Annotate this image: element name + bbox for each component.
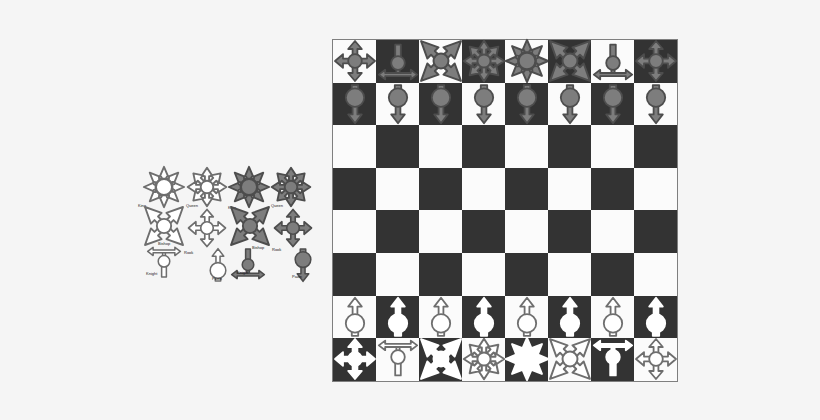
black-bishop: [229, 205, 271, 247]
black-pawn[interactable]: [636, 84, 676, 124]
square-g5[interactable]: [591, 168, 634, 211]
square-d2[interactable]: [462, 296, 505, 339]
square-a4[interactable]: [333, 210, 376, 253]
black-bishop[interactable]: [419, 39, 463, 83]
legend-label-black-knight: Knight: [237, 271, 248, 275]
square-e2[interactable]: [505, 296, 548, 339]
square-f1[interactable]: [548, 338, 591, 381]
square-a8[interactable]: [333, 40, 376, 83]
legend-label-white-queen: Queen: [186, 204, 198, 208]
white-pawn[interactable]: [464, 297, 504, 337]
square-b7[interactable]: [376, 83, 419, 126]
legend-piece-white-king: [143, 166, 185, 208]
square-g2[interactable]: [591, 296, 634, 339]
square-h1[interactable]: [634, 338, 677, 381]
black-queen: [270, 166, 312, 208]
black-rook[interactable]: [335, 41, 375, 81]
square-b1[interactable]: [376, 338, 419, 381]
square-e6[interactable]: [505, 125, 548, 168]
white-pawn[interactable]: [335, 297, 375, 337]
page-background: { "game": "chess", "description": "Chess…: [0, 0, 820, 420]
square-f2[interactable]: [548, 296, 591, 339]
piece-legend: KingQueenKingQueenBishopRookBishopRookKn…: [136, 163, 321, 291]
square-c4[interactable]: [419, 210, 462, 253]
square-c1[interactable]: [419, 338, 462, 381]
square-g8[interactable]: [591, 40, 634, 83]
square-e4[interactable]: [505, 210, 548, 253]
black-bishop[interactable]: [548, 39, 592, 83]
square-e1[interactable]: [505, 338, 548, 381]
square-d7[interactable]: [462, 83, 505, 126]
white-bishop[interactable]: [548, 337, 592, 381]
square-h7[interactable]: [634, 83, 677, 126]
white-pawn[interactable]: [378, 297, 418, 337]
legend-piece-black-queen: [270, 166, 312, 208]
white-pawn[interactable]: [421, 297, 461, 337]
white-pawn[interactable]: [507, 297, 547, 337]
black-pawn[interactable]: [550, 84, 590, 124]
square-g1[interactable]: [591, 338, 634, 381]
square-c5[interactable]: [419, 168, 462, 211]
white-pawn[interactable]: [550, 297, 590, 337]
white-king[interactable]: [505, 337, 549, 381]
square-a3[interactable]: [333, 253, 376, 296]
legend-label-black-queen: Queen: [271, 204, 283, 208]
black-rook[interactable]: [636, 41, 676, 81]
square-b2[interactable]: [376, 296, 419, 339]
black-rook: [275, 210, 312, 247]
square-h3[interactable]: [634, 253, 677, 296]
black-pawn[interactable]: [378, 84, 418, 124]
square-f3[interactable]: [548, 253, 591, 296]
legend-piece-black-king: [228, 166, 270, 208]
square-h2[interactable]: [634, 296, 677, 339]
square-c6[interactable]: [419, 125, 462, 168]
square-a5[interactable]: [333, 168, 376, 211]
black-knight[interactable]: [378, 41, 418, 81]
black-pawn[interactable]: [593, 84, 633, 124]
square-a2[interactable]: [333, 296, 376, 339]
square-f8[interactable]: [548, 40, 591, 83]
black-pawn[interactable]: [335, 84, 375, 124]
white-pawn[interactable]: [636, 297, 676, 337]
legend-piece-black-rook: [275, 210, 312, 247]
square-e3[interactable]: [505, 253, 548, 296]
white-bishop[interactable]: [419, 337, 463, 381]
square-c3[interactable]: [419, 253, 462, 296]
legend-label-white-rook: Rook: [184, 251, 193, 255]
square-b5[interactable]: [376, 168, 419, 211]
square-d5[interactable]: [462, 168, 505, 211]
black-pawn[interactable]: [507, 84, 547, 124]
black-queen[interactable]: [462, 39, 506, 83]
legend-label-black-pawn: Pawn: [292, 275, 302, 279]
square-h5[interactable]: [634, 168, 677, 211]
square-h6[interactable]: [634, 125, 677, 168]
square-a1[interactable]: [333, 338, 376, 381]
white-queen[interactable]: [462, 337, 506, 381]
square-f6[interactable]: [548, 125, 591, 168]
legend-label-white-pawn: Pawn: [212, 277, 222, 281]
chess-board[interactable]: [332, 39, 678, 382]
square-d3[interactable]: [462, 253, 505, 296]
white-king: [143, 166, 185, 208]
square-g6[interactable]: [591, 125, 634, 168]
black-pawn[interactable]: [464, 84, 504, 124]
square-g4[interactable]: [591, 210, 634, 253]
square-e5[interactable]: [505, 168, 548, 211]
legend-label-black-rook: Rook: [272, 248, 281, 252]
square-e7[interactable]: [505, 83, 548, 126]
square-g7[interactable]: [591, 83, 634, 126]
square-b8[interactable]: [376, 40, 419, 83]
square-f7[interactable]: [548, 83, 591, 126]
white-queen: [186, 166, 228, 208]
white-rook[interactable]: [335, 339, 375, 379]
legend-piece-black-bishop: [229, 205, 271, 247]
black-pawn[interactable]: [421, 84, 461, 124]
white-rook: [189, 210, 226, 247]
square-b4[interactable]: [376, 210, 419, 253]
white-knight[interactable]: [378, 339, 418, 379]
white-knight[interactable]: [593, 339, 633, 379]
square-a6[interactable]: [333, 125, 376, 168]
square-a7[interactable]: [333, 83, 376, 126]
square-c2[interactable]: [419, 296, 462, 339]
square-d4[interactable]: [462, 210, 505, 253]
square-f5[interactable]: [548, 168, 591, 211]
square-c8[interactable]: [419, 40, 462, 83]
square-d1[interactable]: [462, 338, 505, 381]
square-c7[interactable]: [419, 83, 462, 126]
square-b6[interactable]: [376, 125, 419, 168]
square-f4[interactable]: [548, 210, 591, 253]
black-king[interactable]: [505, 39, 549, 83]
black-king: [228, 166, 270, 208]
legend-piece-white-rook: [189, 210, 226, 247]
square-d8[interactable]: [462, 40, 505, 83]
square-b3[interactable]: [376, 253, 419, 296]
white-rook[interactable]: [636, 339, 676, 379]
legend-label-white-knight: Knight: [146, 272, 157, 276]
square-e8[interactable]: [505, 40, 548, 83]
white-pawn[interactable]: [593, 297, 633, 337]
square-h4[interactable]: [634, 210, 677, 253]
legend-piece-white-queen: [186, 166, 228, 208]
black-knight[interactable]: [593, 41, 633, 81]
square-d6[interactable]: [462, 125, 505, 168]
square-h8[interactable]: [634, 40, 677, 83]
square-g3[interactable]: [591, 253, 634, 296]
